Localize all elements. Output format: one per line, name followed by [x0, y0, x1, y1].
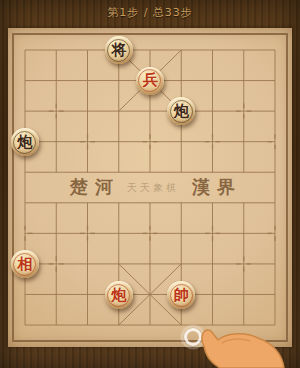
piece-glyph: 将 — [105, 36, 133, 64]
xiangqi-app-screen: 第1步 / 总33步 楚河 漢界 天天象棋 将 兵 炮 炮 相 炮 帥 — [0, 0, 300, 368]
piece-glyph: 相 — [11, 250, 39, 278]
piece-red-cannon[interactable]: 炮 — [105, 281, 133, 309]
piece-black-cannon[interactable]: 炮 — [11, 128, 39, 156]
piece-glyph: 炮 — [11, 128, 39, 156]
piece-red-general[interactable]: 帥 — [167, 281, 195, 309]
piece-red-soldier[interactable]: 兵 — [136, 67, 164, 95]
xiangqi-board[interactable]: 楚河 漢界 天天象棋 将 兵 炮 炮 相 炮 帥 — [8, 28, 292, 347]
piece-black-cannon[interactable]: 炮 — [167, 97, 195, 125]
piece-glyph: 炮 — [167, 97, 195, 125]
piece-black-general[interactable]: 将 — [105, 36, 133, 64]
piece-glyph: 炮 — [105, 281, 133, 309]
piece-red-elephant[interactable]: 相 — [11, 250, 39, 278]
step-indicator: 第1步 / 总33步 — [0, 0, 300, 28]
piece-glyph: 帥 — [167, 281, 195, 309]
piece-glyph: 兵 — [136, 67, 164, 95]
pieces-layer: 将 兵 炮 炮 相 炮 帥 — [9, 35, 291, 341]
